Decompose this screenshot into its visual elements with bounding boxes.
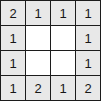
cell-r2c1[interactable]: 1 [1,26,25,50]
cell-r2c4[interactable]: 1 [76,26,100,50]
cell-r4c2[interactable]: 2 [26,76,50,100]
cell-r1c2[interactable]: 1 [26,1,50,25]
cell-r2c3[interactable] [51,26,75,50]
cell-r3c3[interactable] [51,51,75,75]
cell-r1c1[interactable]: 2 [1,1,25,25]
cell-r3c4[interactable]: 1 [76,51,100,75]
cell-r1c4[interactable]: 1 [76,1,100,25]
cell-r4c3[interactable]: 1 [51,76,75,100]
cell-r4c1[interactable]: 1 [1,76,25,100]
cell-r2c2[interactable] [26,26,50,50]
cell-r1c3[interactable]: 1 [51,1,75,25]
cell-r3c2[interactable] [26,51,50,75]
puzzle-board: 211111111212 [0,0,101,101]
cell-r3c1[interactable]: 1 [1,51,25,75]
cell-r4c4[interactable]: 2 [76,76,100,100]
